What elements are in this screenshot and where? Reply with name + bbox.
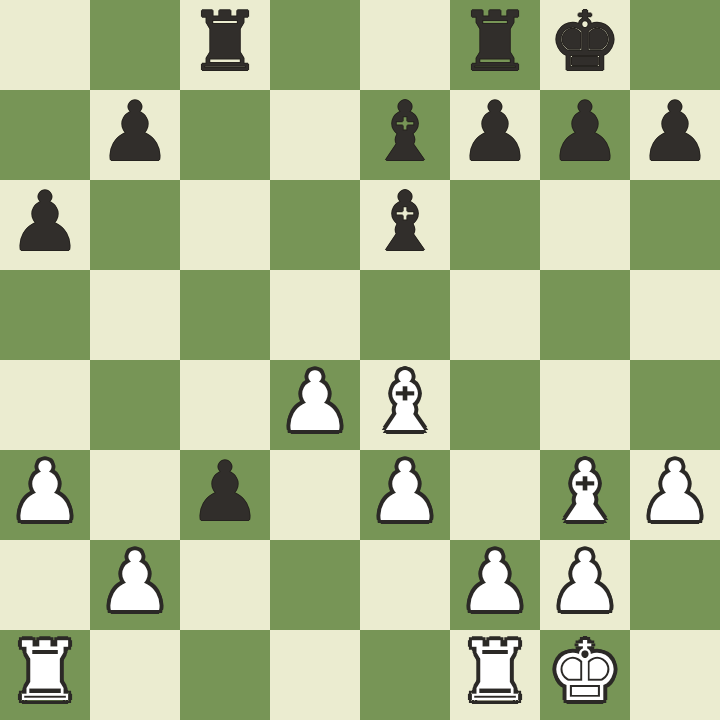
square-f7[interactable]: ♟ — [450, 90, 540, 180]
square-a7[interactable] — [0, 90, 90, 180]
square-b1[interactable] — [90, 630, 180, 720]
square-a8[interactable] — [0, 0, 90, 90]
square-c4[interactable] — [180, 360, 270, 450]
square-f3[interactable] — [450, 450, 540, 540]
square-d6[interactable] — [270, 180, 360, 270]
square-b6[interactable] — [90, 180, 180, 270]
square-e2[interactable] — [360, 540, 450, 630]
square-g7[interactable]: ♟ — [540, 90, 630, 180]
square-e1[interactable] — [360, 630, 450, 720]
square-f8[interactable]: ♜ — [450, 0, 540, 90]
square-d7[interactable] — [270, 90, 360, 180]
square-h6[interactable] — [630, 180, 720, 270]
square-h3[interactable]: ♟ — [630, 450, 720, 540]
square-d1[interactable] — [270, 630, 360, 720]
black-bishop-piece[interactable]: ♝ — [368, 181, 442, 263]
square-c6[interactable] — [180, 180, 270, 270]
square-a6[interactable]: ♟ — [0, 180, 90, 270]
square-e3[interactable]: ♟ — [360, 450, 450, 540]
white-rook-piece[interactable]: ♜ — [458, 631, 532, 713]
black-king-piece[interactable]: ♚ — [548, 1, 622, 83]
square-g4[interactable] — [540, 360, 630, 450]
square-f4[interactable] — [450, 360, 540, 450]
white-pawn-piece[interactable]: ♟ — [638, 451, 712, 533]
square-a4[interactable] — [0, 360, 90, 450]
square-f1[interactable]: ♜ — [450, 630, 540, 720]
square-b2[interactable]: ♟ — [90, 540, 180, 630]
square-b3[interactable] — [90, 450, 180, 540]
white-pawn-piece[interactable]: ♟ — [368, 451, 442, 533]
square-d5[interactable] — [270, 270, 360, 360]
square-b4[interactable] — [90, 360, 180, 450]
square-e7[interactable]: ♝ — [360, 90, 450, 180]
square-a3[interactable]: ♟ — [0, 450, 90, 540]
black-rook-piece[interactable]: ♜ — [458, 1, 532, 83]
black-bishop-piece[interactable]: ♝ — [368, 91, 442, 173]
square-e4[interactable]: ♝ — [360, 360, 450, 450]
black-pawn-piece[interactable]: ♟ — [548, 91, 622, 173]
square-b7[interactable]: ♟ — [90, 90, 180, 180]
chess-board: ♜♜♚♟♝♟♟♟♟♝♟♝♟♟♟♝♟♟♟♟♜♜♚ — [0, 0, 720, 720]
white-king-piece[interactable]: ♚ — [548, 631, 622, 713]
square-h4[interactable] — [630, 360, 720, 450]
square-e6[interactable]: ♝ — [360, 180, 450, 270]
square-h2[interactable] — [630, 540, 720, 630]
square-g2[interactable]: ♟ — [540, 540, 630, 630]
white-bishop-piece[interactable]: ♝ — [368, 361, 442, 443]
square-h1[interactable] — [630, 630, 720, 720]
black-pawn-piece[interactable]: ♟ — [638, 91, 712, 173]
white-pawn-piece[interactable]: ♟ — [8, 451, 82, 533]
white-pawn-piece[interactable]: ♟ — [278, 361, 352, 443]
square-d3[interactable] — [270, 450, 360, 540]
square-e8[interactable] — [360, 0, 450, 90]
white-bishop-piece[interactable]: ♝ — [548, 451, 622, 533]
square-f2[interactable]: ♟ — [450, 540, 540, 630]
square-f5[interactable] — [450, 270, 540, 360]
square-g8[interactable]: ♚ — [540, 0, 630, 90]
square-c5[interactable] — [180, 270, 270, 360]
square-a2[interactable] — [0, 540, 90, 630]
white-pawn-piece[interactable]: ♟ — [458, 541, 532, 623]
black-pawn-piece[interactable]: ♟ — [8, 181, 82, 263]
square-d8[interactable] — [270, 0, 360, 90]
square-a1[interactable]: ♜ — [0, 630, 90, 720]
black-pawn-piece[interactable]: ♟ — [188, 451, 262, 533]
square-f6[interactable] — [450, 180, 540, 270]
square-h5[interactable] — [630, 270, 720, 360]
square-c2[interactable] — [180, 540, 270, 630]
black-pawn-piece[interactable]: ♟ — [458, 91, 532, 173]
square-g6[interactable] — [540, 180, 630, 270]
white-pawn-piece[interactable]: ♟ — [98, 541, 172, 623]
square-g5[interactable] — [540, 270, 630, 360]
square-g3[interactable]: ♝ — [540, 450, 630, 540]
square-h8[interactable] — [630, 0, 720, 90]
square-a5[interactable] — [0, 270, 90, 360]
square-g1[interactable]: ♚ — [540, 630, 630, 720]
square-b8[interactable] — [90, 0, 180, 90]
square-d2[interactable] — [270, 540, 360, 630]
square-e5[interactable] — [360, 270, 450, 360]
black-pawn-piece[interactable]: ♟ — [98, 91, 172, 173]
square-c3[interactable]: ♟ — [180, 450, 270, 540]
white-rook-piece[interactable]: ♜ — [8, 631, 82, 713]
square-c1[interactable] — [180, 630, 270, 720]
square-h7[interactable]: ♟ — [630, 90, 720, 180]
square-b5[interactable] — [90, 270, 180, 360]
white-pawn-piece[interactable]: ♟ — [548, 541, 622, 623]
black-rook-piece[interactable]: ♜ — [188, 1, 262, 83]
square-d4[interactable]: ♟ — [270, 360, 360, 450]
square-c7[interactable] — [180, 90, 270, 180]
square-c8[interactable]: ♜ — [180, 0, 270, 90]
